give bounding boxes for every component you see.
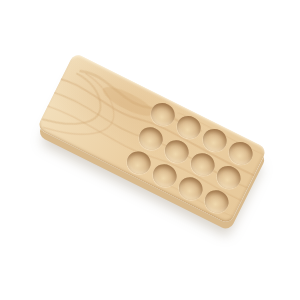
pit-r1c1[interactable] [147, 98, 178, 128]
pit-r3c2[interactable] [149, 160, 180, 190]
pit-r1c2[interactable] [173, 111, 204, 141]
pit-r3c1[interactable] [123, 147, 154, 177]
pit-r1c4[interactable] [225, 137, 256, 167]
pit-r3c3[interactable] [175, 173, 206, 203]
pit-r2c2[interactable] [161, 136, 192, 166]
pit-r2c3[interactable] [187, 149, 218, 179]
mancala-board [36, 52, 267, 224]
photo-background [0, 0, 300, 300]
pit-r3c4[interactable] [201, 186, 232, 216]
pit-r2c1[interactable] [135, 123, 166, 153]
pit-r2c4[interactable] [213, 161, 244, 191]
pit-grid [120, 95, 260, 219]
pit-r1c3[interactable] [199, 124, 230, 154]
